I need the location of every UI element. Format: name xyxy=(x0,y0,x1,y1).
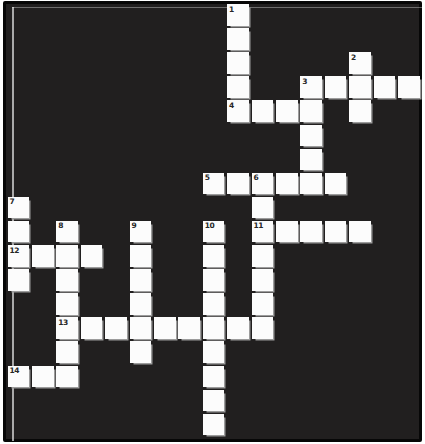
cell-r13-c8[interactable] xyxy=(203,317,225,339)
cell-r7-c13[interactable] xyxy=(325,173,347,195)
cell-r13-c2[interactable]: 13 xyxy=(56,317,78,339)
cell-r2-c14[interactable]: 2 xyxy=(349,52,371,74)
clue-number-3: 3 xyxy=(302,77,307,86)
cell-r12-c5[interactable] xyxy=(130,293,152,315)
cell-r10-c0[interactable]: 12 xyxy=(8,245,30,267)
cell-r15-c8[interactable] xyxy=(203,366,225,388)
cell-r12-c2[interactable] xyxy=(56,293,78,315)
cell-r7-c10[interactable]: 6 xyxy=(252,173,274,195)
clue-number-10: 10 xyxy=(205,221,214,230)
cell-r11-c5[interactable] xyxy=(130,269,152,291)
cell-r9-c11[interactable] xyxy=(276,221,298,243)
cell-r10-c10[interactable] xyxy=(252,245,274,267)
cell-r10-c5[interactable] xyxy=(130,245,152,267)
cell-r13-c5[interactable] xyxy=(130,317,152,339)
clue-number-8: 8 xyxy=(58,221,63,230)
cell-r3-c15[interactable] xyxy=(374,76,396,98)
cell-r13-c3[interactable] xyxy=(81,317,103,339)
cell-r8-c10[interactable] xyxy=(252,197,274,219)
cell-r9-c2[interactable]: 8 xyxy=(56,221,78,243)
cell-r13-c7[interactable] xyxy=(178,317,200,339)
cell-r13-c4[interactable] xyxy=(105,317,127,339)
cell-r14-c5[interactable] xyxy=(130,341,152,363)
cell-r14-c2[interactable] xyxy=(56,341,78,363)
cell-r9-c10[interactable]: 11 xyxy=(252,221,274,243)
cell-r13-c10[interactable] xyxy=(252,317,274,339)
clue-number-11: 11 xyxy=(254,221,263,230)
cell-r13-c9[interactable] xyxy=(227,317,249,339)
cell-r3-c14[interactable] xyxy=(349,76,371,98)
cell-r1-c9[interactable] xyxy=(227,28,249,50)
cell-r5-c12[interactable] xyxy=(300,125,322,147)
cell-r0-c9[interactable]: 1 xyxy=(227,4,249,26)
cell-r9-c14[interactable] xyxy=(349,221,371,243)
cell-r9-c0[interactable] xyxy=(8,221,30,243)
cell-r7-c12[interactable] xyxy=(300,173,322,195)
cell-r4-c10[interactable] xyxy=(252,100,274,122)
cell-r10-c2[interactable] xyxy=(56,245,78,267)
clue-number-12: 12 xyxy=(10,246,19,255)
cell-r12-c8[interactable] xyxy=(203,293,225,315)
cell-r11-c10[interactable] xyxy=(252,269,274,291)
clue-number-7: 7 xyxy=(10,197,15,206)
cell-r4-c14[interactable] xyxy=(349,100,371,122)
cell-r7-c9[interactable] xyxy=(227,173,249,195)
clue-number-14: 14 xyxy=(10,366,19,375)
cell-r3-c9[interactable] xyxy=(227,76,249,98)
cell-r12-c10[interactable] xyxy=(252,293,274,315)
clue-number-2: 2 xyxy=(351,53,356,62)
cell-r10-c8[interactable] xyxy=(203,245,225,267)
cell-r14-c8[interactable] xyxy=(203,341,225,363)
crossword-page: 1234567891011121314 xyxy=(0,0,425,444)
cell-r11-c0[interactable] xyxy=(8,269,30,291)
cell-r10-c1[interactable] xyxy=(32,245,54,267)
cell-r7-c8[interactable]: 5 xyxy=(203,173,225,195)
clue-number-4: 4 xyxy=(229,101,234,110)
cell-r11-c2[interactable] xyxy=(56,269,78,291)
cell-r15-c2[interactable] xyxy=(56,366,78,388)
crossword-board: 1234567891011121314 xyxy=(0,0,425,444)
cell-r11-c8[interactable] xyxy=(203,269,225,291)
cell-r15-c0[interactable]: 14 xyxy=(8,366,30,388)
cell-r17-c8[interactable] xyxy=(203,414,225,436)
cell-r3-c13[interactable] xyxy=(325,76,347,98)
cell-r9-c13[interactable] xyxy=(325,221,347,243)
cell-r15-c1[interactable] xyxy=(32,366,54,388)
cell-r8-c0[interactable]: 7 xyxy=(8,197,30,219)
cell-r6-c12[interactable] xyxy=(300,149,322,171)
cell-r16-c8[interactable] xyxy=(203,390,225,412)
cell-r9-c12[interactable] xyxy=(300,221,322,243)
clue-number-9: 9 xyxy=(132,221,137,230)
clue-number-6: 6 xyxy=(254,173,259,182)
clue-number-1: 1 xyxy=(229,5,234,14)
cell-r9-c5[interactable]: 9 xyxy=(130,221,152,243)
cell-r4-c9[interactable]: 4 xyxy=(227,100,249,122)
cell-r3-c16[interactable] xyxy=(398,76,420,98)
clue-number-5: 5 xyxy=(205,173,210,182)
cell-r10-c3[interactable] xyxy=(81,245,103,267)
cell-r7-c11[interactable] xyxy=(276,173,298,195)
cell-r13-c6[interactable] xyxy=(154,317,176,339)
cell-r3-c12[interactable]: 3 xyxy=(300,76,322,98)
cell-r4-c11[interactable] xyxy=(276,100,298,122)
cell-r4-c12[interactable] xyxy=(300,100,322,122)
cell-r9-c8[interactable]: 10 xyxy=(203,221,225,243)
clue-number-13: 13 xyxy=(58,318,67,327)
cell-r2-c9[interactable] xyxy=(227,52,249,74)
